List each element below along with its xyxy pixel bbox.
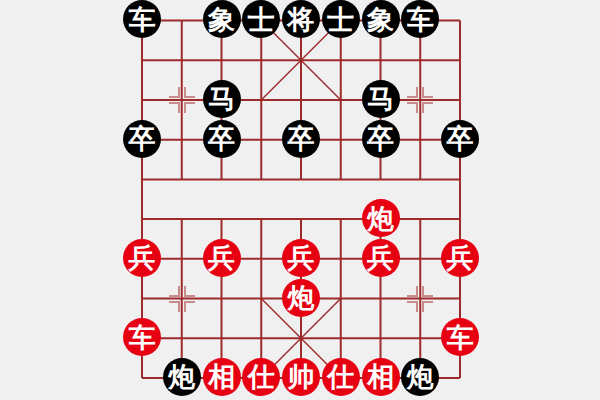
marker-bracket — [184, 286, 195, 297]
piece-red-cannon[interactable]: 炮 — [282, 279, 320, 317]
piece-red-pawn[interactable]: 兵 — [203, 239, 241, 277]
piece-black-elephant[interactable]: 象 — [362, 0, 400, 38]
marker-bracket — [169, 286, 180, 297]
marker-bracket — [169, 87, 180, 98]
marker-bracket — [422, 87, 433, 98]
piece-red-king[interactable]: 帅 — [282, 358, 320, 396]
piece-black-cannon[interactable]: 炮 — [401, 358, 439, 396]
piece-black-rook[interactable]: 车 — [123, 0, 161, 38]
piece-red-pawn[interactable]: 兵 — [123, 239, 161, 277]
piece-red-pawn[interactable]: 兵 — [362, 239, 400, 277]
piece-black-pawn[interactable]: 卒 — [123, 120, 161, 158]
xiangqi-board: 车象士将士象车马马卒卒卒卒卒炮兵兵兵兵兵炮车车炮相仕帅仕相炮 — [0, 0, 600, 400]
piece-black-advisor[interactable]: 士 — [322, 0, 360, 38]
marker-bracket — [422, 286, 433, 297]
piece-red-advisor[interactable]: 仕 — [322, 358, 360, 396]
piece-red-cannon[interactable]: 炮 — [362, 199, 400, 237]
piece-red-advisor[interactable]: 仕 — [242, 358, 280, 396]
piece-black-horse[interactable]: 马 — [203, 80, 241, 118]
piece-black-elephant[interactable]: 象 — [203, 0, 241, 38]
piece-black-horse[interactable]: 马 — [362, 80, 400, 118]
piece-black-pawn[interactable]: 卒 — [282, 120, 320, 158]
cannon-point-marker — [163, 280, 201, 318]
piece-black-pawn[interactable]: 卒 — [203, 120, 241, 158]
piece-red-rook[interactable]: 车 — [441, 318, 479, 356]
cannon-point-marker — [401, 280, 439, 318]
marker-bracket — [169, 102, 180, 113]
marker-bracket — [184, 301, 195, 312]
piece-black-pawn[interactable]: 卒 — [362, 120, 400, 158]
marker-bracket — [407, 286, 418, 297]
marker-bracket — [184, 102, 195, 113]
piece-black-advisor[interactable]: 士 — [242, 0, 280, 38]
cannon-point-marker — [401, 81, 439, 119]
marker-bracket — [407, 87, 418, 98]
marker-bracket — [184, 87, 195, 98]
marker-bracket — [407, 301, 418, 312]
piece-red-elephant[interactable]: 相 — [362, 358, 400, 396]
piece-red-rook[interactable]: 车 — [123, 318, 161, 356]
piece-red-elephant[interactable]: 相 — [203, 358, 241, 396]
marker-bracket — [169, 301, 180, 312]
piece-black-king[interactable]: 将 — [282, 0, 320, 38]
piece-black-cannon[interactable]: 炮 — [163, 358, 201, 396]
board-grid: 车象士将士象车马马卒卒卒卒卒炮兵兵兵兵兵炮车车炮相仕帅仕相炮 — [122, 1, 480, 398]
piece-black-rook[interactable]: 车 — [401, 0, 439, 38]
piece-black-pawn[interactable]: 卒 — [441, 120, 479, 158]
marker-bracket — [422, 102, 433, 113]
cannon-point-marker — [163, 81, 201, 119]
piece-red-pawn[interactable]: 兵 — [282, 239, 320, 277]
marker-bracket — [407, 102, 418, 113]
piece-red-pawn[interactable]: 兵 — [441, 239, 479, 277]
marker-bracket — [422, 301, 433, 312]
